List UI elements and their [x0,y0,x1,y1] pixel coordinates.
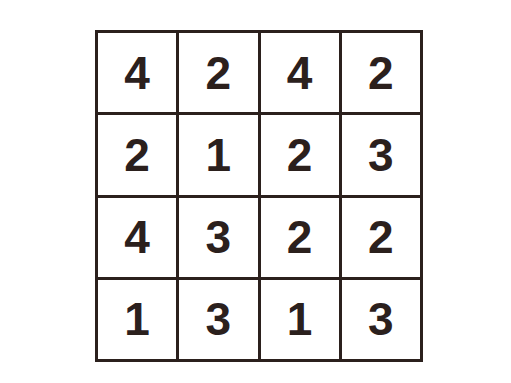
cell-r1c1[interactable]: 4 [98,33,176,112]
cell-r4c2[interactable]: 3 [179,280,257,359]
cell-r3c1[interactable]: 4 [98,198,176,277]
cell-r2c3[interactable]: 2 [261,115,339,194]
cell-r1c3[interactable]: 4 [261,33,339,112]
cell-r3c3[interactable]: 2 [261,198,339,277]
cell-r3c2[interactable]: 3 [179,198,257,277]
cell-r1c2[interactable]: 2 [179,33,257,112]
cell-r2c4[interactable]: 3 [342,115,420,194]
cell-r2c2[interactable]: 1 [179,115,257,194]
cell-r4c1[interactable]: 1 [98,280,176,359]
cell-r2c1[interactable]: 2 [98,115,176,194]
cell-r1c4[interactable]: 2 [342,33,420,112]
puzzle-board: 4242212343221313 [95,30,423,362]
cell-r4c4[interactable]: 3 [342,280,420,359]
cell-r3c4[interactable]: 2 [342,198,420,277]
cell-r4c3[interactable]: 1 [261,280,339,359]
